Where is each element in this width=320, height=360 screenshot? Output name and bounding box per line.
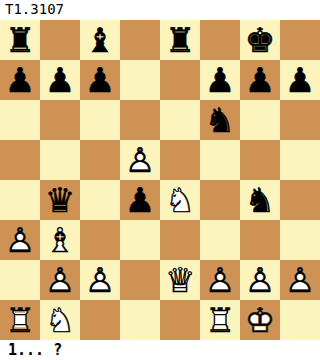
piece-fill: ♟: [120, 180, 160, 220]
square-e6[interactable]: [160, 100, 200, 140]
square-h3[interactable]: [280, 220, 320, 260]
white-knight-icon[interactable]: ♞♘: [160, 180, 200, 220]
square-f7[interactable]: ♟: [200, 60, 240, 100]
square-f5[interactable]: [200, 140, 240, 180]
square-b6[interactable]: [40, 100, 80, 140]
square-d7[interactable]: [120, 60, 160, 100]
square-b4[interactable]: ♛: [40, 180, 80, 220]
piece-fill: ♟: [240, 60, 280, 100]
square-f4[interactable]: [200, 180, 240, 220]
black-pawn-icon[interactable]: ♟: [240, 60, 280, 100]
piece-outline: ♗: [40, 220, 80, 260]
white-pawn-icon[interactable]: ♟♙: [0, 220, 40, 260]
black-pawn-icon[interactable]: ♟: [280, 60, 320, 100]
white-king-icon[interactable]: ♚♔: [240, 300, 280, 340]
move-prompt: 1... ?: [0, 340, 320, 360]
square-a8[interactable]: ♜: [0, 20, 40, 60]
piece-fill: ♞: [240, 180, 280, 220]
square-a3[interactable]: ♟♙: [0, 220, 40, 260]
black-rook-icon[interactable]: ♜: [0, 20, 40, 60]
white-pawn-icon[interactable]: ♟♙: [40, 260, 80, 300]
square-d6[interactable]: [120, 100, 160, 140]
square-a1[interactable]: ♜♖: [0, 300, 40, 340]
square-h6[interactable]: [280, 100, 320, 140]
piece-fill: ♟: [0, 60, 40, 100]
square-b2[interactable]: ♟♙: [40, 260, 80, 300]
black-rook-icon[interactable]: ♜: [160, 20, 200, 60]
piece-outline: ♙: [120, 140, 160, 180]
piece-fill: ♜: [160, 20, 200, 60]
chess-board: ♜♝♜♚♟♟♟♟♟♟♞♟♙♛♟♞♘♞♟♙♝♗♟♙♟♙♛♕♟♙♟♙♟♙♜♖♞♘♜♖…: [0, 20, 320, 340]
square-e4[interactable]: ♞♘: [160, 180, 200, 220]
piece-outline: ♖: [0, 300, 40, 340]
square-e2[interactable]: ♛♕: [160, 260, 200, 300]
piece-fill: ♟: [280, 60, 320, 100]
square-c6[interactable]: [80, 100, 120, 140]
black-pawn-icon[interactable]: ♟: [120, 180, 160, 220]
square-b7[interactable]: ♟: [40, 60, 80, 100]
chess-puzzle-window: T1.3107 ♜♝♜♚♟♟♟♟♟♟♞♟♙♛♟♞♘♞♟♙♝♗♟♙♟♙♛♕♟♙♟♙…: [0, 0, 320, 360]
square-h8[interactable]: [280, 20, 320, 60]
black-pawn-icon[interactable]: ♟: [200, 60, 240, 100]
square-a4[interactable]: [0, 180, 40, 220]
piece-fill: ♛: [40, 180, 80, 220]
square-f8[interactable]: [200, 20, 240, 60]
square-d2[interactable]: [120, 260, 160, 300]
black-knight-icon[interactable]: ♞: [200, 100, 240, 140]
square-d8[interactable]: [120, 20, 160, 60]
square-a2[interactable]: [0, 260, 40, 300]
black-pawn-icon[interactable]: ♟: [0, 60, 40, 100]
square-g8[interactable]: ♚: [240, 20, 280, 60]
black-pawn-icon[interactable]: ♟: [80, 60, 120, 100]
square-h5[interactable]: [280, 140, 320, 180]
square-e7[interactable]: [160, 60, 200, 100]
square-c4[interactable]: [80, 180, 120, 220]
white-queen-icon[interactable]: ♛♕: [160, 260, 200, 300]
black-knight-icon[interactable]: ♞: [240, 180, 280, 220]
square-e3[interactable]: [160, 220, 200, 260]
piece-outline: ♘: [160, 180, 200, 220]
piece-fill: ♝: [80, 20, 120, 60]
piece-fill: ♟: [40, 60, 80, 100]
square-h4[interactable]: [280, 180, 320, 220]
square-b5[interactable]: [40, 140, 80, 180]
piece-fill: ♞: [200, 100, 240, 140]
white-pawn-icon[interactable]: ♟♙: [200, 260, 240, 300]
white-pawn-icon[interactable]: ♟♙: [80, 260, 120, 300]
square-f2[interactable]: ♟♙: [200, 260, 240, 300]
square-h1[interactable]: [280, 300, 320, 340]
piece-outline: ♕: [160, 260, 200, 300]
square-a6[interactable]: [0, 100, 40, 140]
white-rook-icon[interactable]: ♜♖: [200, 300, 240, 340]
white-pawn-icon[interactable]: ♟♙: [280, 260, 320, 300]
square-d3[interactable]: [120, 220, 160, 260]
black-pawn-icon[interactable]: ♟: [40, 60, 80, 100]
square-d4[interactable]: ♟: [120, 180, 160, 220]
piece-outline: ♙: [80, 260, 120, 300]
square-g4[interactable]: ♞: [240, 180, 280, 220]
square-g7[interactable]: ♟: [240, 60, 280, 100]
square-b1[interactable]: ♞♘: [40, 300, 80, 340]
piece-outline: ♖: [200, 300, 240, 340]
black-bishop-icon[interactable]: ♝: [80, 20, 120, 60]
square-f6[interactable]: ♞: [200, 100, 240, 140]
square-f3[interactable]: [200, 220, 240, 260]
piece-outline: ♙: [0, 220, 40, 260]
square-e1[interactable]: [160, 300, 200, 340]
piece-outline: ♙: [40, 260, 80, 300]
black-queen-icon[interactable]: ♛: [40, 180, 80, 220]
piece-outline: ♙: [200, 260, 240, 300]
piece-outline: ♔: [240, 300, 280, 340]
square-g2[interactable]: ♟♙: [240, 260, 280, 300]
square-c2[interactable]: ♟♙: [80, 260, 120, 300]
square-e5[interactable]: [160, 140, 200, 180]
square-c3[interactable]: [80, 220, 120, 260]
piece-outline: ♙: [280, 260, 320, 300]
square-g1[interactable]: ♚♔: [240, 300, 280, 340]
piece-fill: ♚: [240, 20, 280, 60]
square-d5[interactable]: ♟♙: [120, 140, 160, 180]
square-c1[interactable]: [80, 300, 120, 340]
square-f1[interactable]: ♜♖: [200, 300, 240, 340]
square-b3[interactable]: ♝♗: [40, 220, 80, 260]
white-rook-icon[interactable]: ♜♖: [0, 300, 40, 340]
piece-fill: ♜: [0, 20, 40, 60]
piece-outline: ♘: [40, 300, 80, 340]
square-g3[interactable]: [240, 220, 280, 260]
black-king-icon[interactable]: ♚: [240, 20, 280, 60]
square-c7[interactable]: ♟: [80, 60, 120, 100]
square-a5[interactable]: [0, 140, 40, 180]
square-d1[interactable]: [120, 300, 160, 340]
square-a7[interactable]: ♟: [0, 60, 40, 100]
square-c5[interactable]: [80, 140, 120, 180]
square-g5[interactable]: [240, 140, 280, 180]
square-b8[interactable]: [40, 20, 80, 60]
square-e8[interactable]: ♜: [160, 20, 200, 60]
white-bishop-icon[interactable]: ♝♗: [40, 220, 80, 260]
square-h2[interactable]: ♟♙: [280, 260, 320, 300]
white-pawn-icon[interactable]: ♟♙: [240, 260, 280, 300]
puzzle-id: T1.3107: [0, 0, 320, 20]
piece-fill: ♟: [200, 60, 240, 100]
piece-fill: ♟: [80, 60, 120, 100]
white-knight-icon[interactable]: ♞♘: [40, 300, 80, 340]
square-c8[interactable]: ♝: [80, 20, 120, 60]
white-pawn-icon[interactable]: ♟♙: [120, 140, 160, 180]
square-h7[interactable]: ♟: [280, 60, 320, 100]
square-g6[interactable]: [240, 100, 280, 140]
piece-outline: ♙: [240, 260, 280, 300]
